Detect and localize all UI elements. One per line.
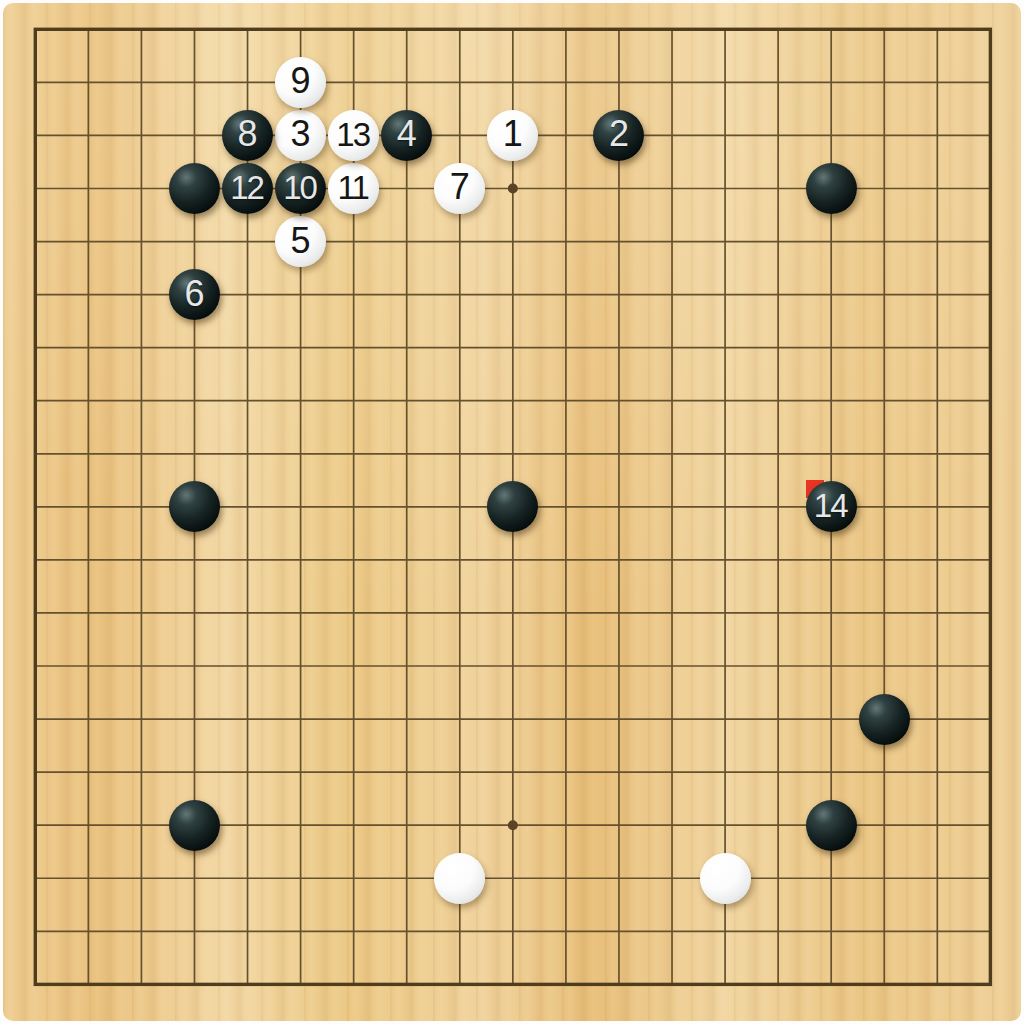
white-stone-move-1: 1 <box>487 110 538 161</box>
move-number: 1 <box>503 116 523 152</box>
go-board[interactable]: 1234567891011121314 <box>3 3 1021 1021</box>
move-number: 12 <box>230 171 263 204</box>
black-stone-move-12: 12 <box>222 163 273 214</box>
move-number: 6 <box>184 276 204 312</box>
white-stone-move-11: 11 <box>328 163 379 214</box>
black-stone <box>169 800 220 851</box>
move-number: 11 <box>338 171 368 204</box>
move-number: 3 <box>291 116 311 152</box>
white-stone <box>700 853 751 904</box>
white-stone-move-13: 13 <box>328 110 379 161</box>
white-stone-move-9: 9 <box>275 57 326 108</box>
move-number: 14 <box>814 489 847 522</box>
black-stone-move-14: 14 <box>806 481 857 532</box>
move-number: 7 <box>450 169 470 205</box>
black-stone-move-6: 6 <box>169 269 220 320</box>
black-stone <box>169 163 220 214</box>
black-stone-move-8: 8 <box>222 110 273 161</box>
move-number: 5 <box>291 223 311 259</box>
black-stone-move-10: 10 <box>275 163 326 214</box>
black-stone <box>806 163 857 214</box>
move-number: 8 <box>238 116 258 152</box>
move-number: 13 <box>336 118 369 151</box>
black-stone <box>169 481 220 532</box>
board-layer: 1234567891011121314 <box>3 3 1021 1021</box>
move-number: 2 <box>609 116 629 152</box>
app-frame: 1234567891011121314 <box>0 0 1024 1024</box>
move-number: 4 <box>397 116 417 152</box>
black-stone-move-2: 2 <box>593 110 644 161</box>
white-stone-move-3: 3 <box>275 110 326 161</box>
black-stone-move-4: 4 <box>381 110 432 161</box>
white-stone-move-5: 5 <box>275 216 326 267</box>
white-stone-move-7: 7 <box>434 163 485 214</box>
white-stone <box>434 853 485 904</box>
move-number: 9 <box>291 63 311 99</box>
black-stone <box>806 800 857 851</box>
black-stone <box>859 694 910 745</box>
move-number: 10 <box>283 171 316 204</box>
